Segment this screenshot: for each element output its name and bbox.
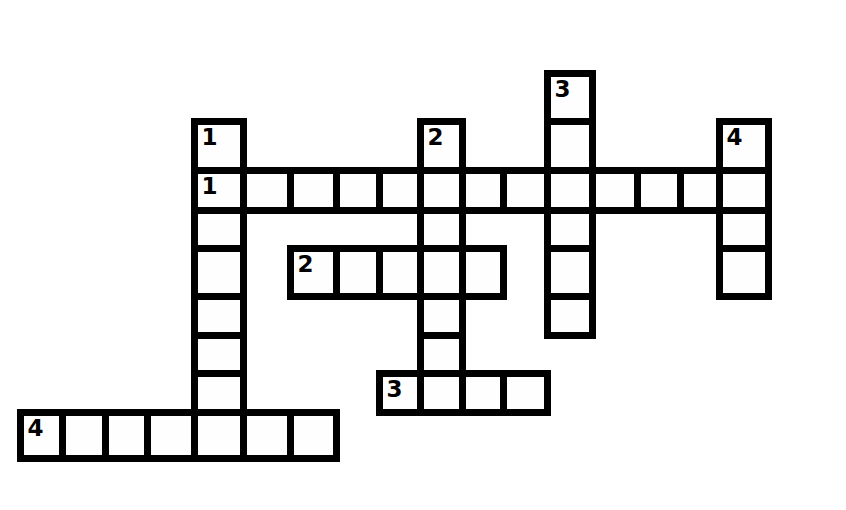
clue-number-1: 1: [202, 125, 218, 149]
crossword-cell-r4c4[interactable]: [191, 245, 247, 300]
crossword-cell-r1c16[interactable]: 4: [716, 118, 772, 174]
crossword-cell-r5c12[interactable]: [544, 293, 596, 339]
crossword-page: 31241234: [0, 0, 846, 510]
clue-number-4: 4: [727, 125, 743, 149]
clue-number-1: 1: [202, 174, 218, 198]
crossword-cell-r2c5[interactable]: [240, 167, 294, 214]
crossword-cell-r4c10[interactable]: [459, 245, 507, 300]
clue-number-4: 4: [28, 416, 44, 440]
crossword-board: 31241234: [20, 73, 768, 458]
crossword-cell-r4c16[interactable]: [716, 245, 772, 300]
crossword-cell-r8c4[interactable]: [191, 409, 247, 462]
crossword-cell-r4c12[interactable]: [544, 245, 596, 300]
crossword-cell-r8c6[interactable]: [287, 409, 340, 462]
clue-number-3: 3: [555, 77, 571, 101]
crossword-cell-r8c3[interactable]: [144, 409, 198, 462]
clue-number-2: 2: [428, 125, 444, 149]
clue-number-2: 2: [298, 252, 314, 276]
clue-number-3: 3: [387, 377, 403, 401]
crossword-cell-r0c12[interactable]: 3: [544, 70, 596, 125]
crossword-cell-r1c4[interactable]: 1: [191, 118, 247, 174]
crossword-cell-r1c12[interactable]: [544, 118, 596, 174]
crossword-cell-r1c9[interactable]: 2: [417, 118, 466, 174]
crossword-cell-r8c5[interactable]: [240, 409, 294, 462]
crossword-cell-r7c11[interactable]: [500, 370, 551, 416]
